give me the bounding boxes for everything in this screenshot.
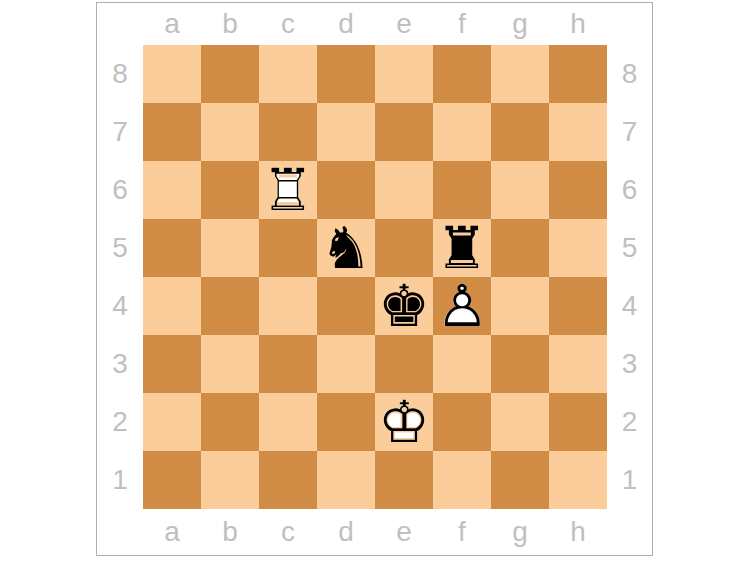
square-g5[interactable] [491, 219, 549, 277]
square-f2[interactable] [433, 393, 491, 451]
square-f6[interactable] [433, 161, 491, 219]
piece-black-knight[interactable]: ♞ [317, 219, 375, 277]
square-a6[interactable] [143, 161, 201, 219]
piece-black-king[interactable]: ♚ [375, 277, 433, 335]
square-e7[interactable] [375, 103, 433, 161]
square-b4[interactable] [201, 277, 259, 335]
file-label-top-h: h [549, 3, 607, 45]
square-f8[interactable] [433, 45, 491, 103]
square-g6[interactable] [491, 161, 549, 219]
square-e4[interactable]: ♚ [375, 277, 433, 335]
square-b3[interactable] [201, 335, 259, 393]
file-label-bottom-f: f [433, 509, 491, 555]
square-a1[interactable] [143, 451, 201, 509]
square-d3[interactable] [317, 335, 375, 393]
square-e6[interactable] [375, 161, 433, 219]
piece-fill: ♟ [433, 277, 491, 335]
square-g2[interactable] [491, 393, 549, 451]
square-b5[interactable] [201, 219, 259, 277]
square-g3[interactable] [491, 335, 549, 393]
file-label-top-b: b [201, 3, 259, 45]
piece-outline: ♔ [375, 393, 433, 451]
file-label-top-d: d [317, 3, 375, 45]
file-label-top-f: f [433, 3, 491, 45]
rank-label-left-4: 4 [97, 277, 143, 335]
square-b6[interactable] [201, 161, 259, 219]
square-b8[interactable] [201, 45, 259, 103]
square-d7[interactable] [317, 103, 375, 161]
piece-fill: ♜ [433, 219, 491, 277]
piece-white-pawn[interactable]: ♟♙ [433, 277, 491, 335]
square-f4[interactable]: ♟♙ [433, 277, 491, 335]
square-h6[interactable] [549, 161, 607, 219]
piece-white-rook[interactable]: ♜♖ [259, 161, 317, 219]
rank-label-left-7: 7 [97, 103, 143, 161]
square-c2[interactable] [259, 393, 317, 451]
rank-label-right-5: 5 [607, 219, 652, 277]
square-c6[interactable]: ♜♖ [259, 161, 317, 219]
square-f1[interactable] [433, 451, 491, 509]
square-h5[interactable] [549, 219, 607, 277]
rank-label-right-3: 3 [607, 335, 652, 393]
file-label-bottom-c: c [259, 509, 317, 555]
corner-bottom-right [607, 509, 652, 555]
square-b1[interactable] [201, 451, 259, 509]
piece-outline: ♙ [433, 277, 491, 335]
rank-label-right-6: 6 [607, 161, 652, 219]
rank-label-left-3: 3 [97, 335, 143, 393]
file-label-top-e: e [375, 3, 433, 45]
square-c1[interactable] [259, 451, 317, 509]
square-h8[interactable] [549, 45, 607, 103]
piece-fill: ♞ [317, 219, 375, 277]
piece-black-rook[interactable]: ♜ [433, 219, 491, 277]
square-f3[interactable] [433, 335, 491, 393]
piece-outline: ♖ [259, 161, 317, 219]
square-c8[interactable] [259, 45, 317, 103]
square-h1[interactable] [549, 451, 607, 509]
file-label-top-g: g [491, 3, 549, 45]
rank-label-right-4: 4 [607, 277, 652, 335]
square-f5[interactable]: ♜ [433, 219, 491, 277]
square-g8[interactable] [491, 45, 549, 103]
rank-label-right-7: 7 [607, 103, 652, 161]
square-h4[interactable] [549, 277, 607, 335]
rank-label-right-2: 2 [607, 393, 652, 451]
square-f7[interactable] [433, 103, 491, 161]
rank-label-left-2: 2 [97, 393, 143, 451]
piece-white-king[interactable]: ♚♔ [375, 393, 433, 451]
square-c5[interactable] [259, 219, 317, 277]
piece-fill: ♚ [375, 277, 433, 335]
corner-top-left [97, 3, 143, 45]
square-e8[interactable] [375, 45, 433, 103]
square-d4[interactable] [317, 277, 375, 335]
square-a4[interactable] [143, 277, 201, 335]
square-a3[interactable] [143, 335, 201, 393]
square-g7[interactable] [491, 103, 549, 161]
rank-label-left-8: 8 [97, 45, 143, 103]
square-c4[interactable] [259, 277, 317, 335]
square-d1[interactable] [317, 451, 375, 509]
piece-fill: ♚ [375, 393, 433, 451]
square-a7[interactable] [143, 103, 201, 161]
rank-label-right-8: 8 [607, 45, 652, 103]
chessboard-frame: abcdefgh88776♜♖65♞♜54♚♟♙4332♚♔211abcdefg… [96, 2, 653, 556]
chessboard: abcdefgh88776♜♖65♞♜54♚♟♙4332♚♔211abcdefg… [97, 3, 652, 555]
file-label-top-a: a [143, 3, 201, 45]
square-a8[interactable] [143, 45, 201, 103]
file-label-bottom-b: b [201, 509, 259, 555]
square-h3[interactable] [549, 335, 607, 393]
rank-label-right-1: 1 [607, 451, 652, 509]
square-e2[interactable]: ♚♔ [375, 393, 433, 451]
square-a2[interactable] [143, 393, 201, 451]
square-c7[interactable] [259, 103, 317, 161]
corner-bottom-left [97, 509, 143, 555]
corner-top-right [607, 3, 652, 45]
file-label-bottom-d: d [317, 509, 375, 555]
square-d5[interactable]: ♞ [317, 219, 375, 277]
file-label-top-c: c [259, 3, 317, 45]
square-g4[interactable] [491, 277, 549, 335]
square-b7[interactable] [201, 103, 259, 161]
square-d6[interactable] [317, 161, 375, 219]
square-h7[interactable] [549, 103, 607, 161]
file-label-bottom-e: e [375, 509, 433, 555]
square-c3[interactable] [259, 335, 317, 393]
rank-label-left-6: 6 [97, 161, 143, 219]
square-b2[interactable] [201, 393, 259, 451]
square-d8[interactable] [317, 45, 375, 103]
file-label-bottom-g: g [491, 509, 549, 555]
rank-label-left-5: 5 [97, 219, 143, 277]
square-h2[interactable] [549, 393, 607, 451]
square-e3[interactable] [375, 335, 433, 393]
rank-label-left-1: 1 [97, 451, 143, 509]
square-d2[interactable] [317, 393, 375, 451]
piece-fill: ♜ [259, 161, 317, 219]
square-a5[interactable] [143, 219, 201, 277]
file-label-bottom-a: a [143, 509, 201, 555]
square-g1[interactable] [491, 451, 549, 509]
file-label-bottom-h: h [549, 509, 607, 555]
square-e5[interactable] [375, 219, 433, 277]
square-e1[interactable] [375, 451, 433, 509]
